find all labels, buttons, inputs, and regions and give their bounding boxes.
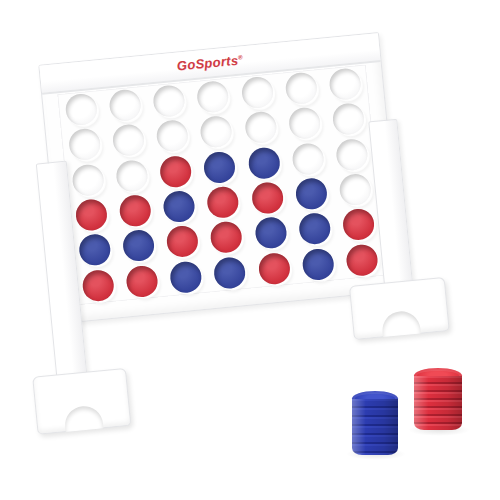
board-cell[interactable] [152, 152, 199, 191]
red-disc-stack[interactable] [414, 368, 462, 430]
board-cell[interactable] [111, 191, 158, 230]
red-stack-body [414, 376, 462, 430]
empty-hole [196, 80, 230, 114]
board-cell[interactable] [145, 81, 192, 120]
red-disc [74, 198, 108, 232]
blue-disc [254, 216, 288, 250]
empty-hole [152, 84, 186, 118]
red-disc [159, 155, 193, 189]
empty-hole [115, 159, 149, 193]
empty-hole [288, 107, 322, 141]
board-cell[interactable] [291, 209, 338, 248]
board-cell[interactable] [149, 117, 196, 156]
blue-stack-body [352, 399, 398, 455]
right-foot-arch-cutout [381, 310, 421, 338]
board-cell[interactable] [118, 262, 165, 301]
red-disc [257, 252, 291, 286]
board-cell[interactable] [67, 195, 114, 234]
board-cell[interactable] [237, 108, 284, 147]
board-cell[interactable] [288, 174, 335, 213]
red-disc [166, 225, 200, 259]
empty-hole [244, 111, 278, 145]
board-cell[interactable] [240, 143, 287, 182]
board-cell[interactable] [325, 100, 372, 139]
board-face: GoSports® [38, 32, 403, 324]
empty-hole [67, 128, 101, 162]
red-disc [206, 186, 240, 220]
blue-disc [78, 233, 112, 267]
board-cell[interactable] [335, 205, 382, 244]
board-cell[interactable] [71, 231, 118, 270]
blue-disc [203, 150, 237, 184]
blue-disc [301, 247, 335, 281]
right-foot [349, 277, 450, 340]
blue-disc [213, 256, 247, 290]
board-cell[interactable] [162, 257, 209, 296]
board-cell[interactable] [115, 226, 162, 265]
blue-disc [169, 260, 203, 294]
board-cell[interactable] [189, 77, 236, 116]
red-disc [251, 181, 285, 215]
red-disc [345, 243, 379, 277]
red-disc [210, 221, 244, 255]
red-disc [118, 194, 152, 228]
blue-disc [162, 190, 196, 224]
board-cell[interactable] [244, 178, 291, 217]
board-cell[interactable] [281, 104, 328, 143]
board-cell[interactable] [108, 156, 155, 195]
board-grid [57, 65, 386, 306]
empty-hole [329, 67, 363, 101]
gosports-logo-text: GoSports [176, 53, 239, 74]
board-cell[interactable] [156, 187, 203, 226]
board-cell[interactable] [206, 253, 253, 292]
left-foot-arch-cutout [63, 404, 103, 432]
blue-disc [122, 229, 156, 263]
empty-hole [64, 93, 98, 127]
board-cell[interactable] [328, 135, 375, 174]
empty-hole [339, 173, 373, 207]
board-cell[interactable] [196, 148, 243, 187]
blue-disc [295, 177, 329, 211]
blue-disc [247, 146, 281, 180]
empty-hole [108, 89, 142, 123]
product-photo: GoSports® [0, 0, 500, 500]
empty-hole [332, 102, 366, 136]
board-cell[interactable] [101, 86, 148, 125]
board-cell[interactable] [278, 69, 325, 108]
board-cell[interactable] [250, 249, 297, 288]
board-cell[interactable] [61, 125, 108, 164]
empty-hole [112, 124, 146, 158]
board-cell[interactable] [64, 160, 111, 199]
board-cell[interactable] [339, 240, 386, 279]
board-cell[interactable] [193, 112, 240, 151]
board-cell[interactable] [234, 73, 281, 112]
red-disc [125, 264, 159, 298]
board-cell[interactable] [105, 121, 152, 160]
left-foot [32, 368, 131, 435]
empty-hole [156, 119, 190, 153]
registered-mark: ® [238, 54, 243, 60]
empty-hole [71, 163, 105, 197]
board-cell[interactable] [159, 222, 206, 261]
red-disc [342, 208, 376, 242]
board-cell[interactable] [74, 266, 121, 305]
board-cell[interactable] [247, 214, 294, 253]
empty-hole [240, 76, 274, 110]
blue-disc [298, 212, 332, 246]
board-cell[interactable] [284, 139, 331, 178]
empty-hole [200, 115, 234, 149]
empty-hole [284, 72, 318, 106]
board-cell[interactable] [322, 65, 369, 104]
empty-hole [335, 138, 369, 172]
board-cell[interactable] [332, 170, 379, 209]
gosports-logo: GoSports® [176, 52, 243, 73]
empty-hole [291, 142, 325, 176]
board-cell[interactable] [203, 218, 250, 257]
board-cell[interactable] [57, 90, 104, 129]
red-disc [81, 269, 115, 303]
board-cell[interactable] [200, 183, 247, 222]
four-in-a-row-board: GoSports® [38, 32, 416, 428]
board-cell[interactable] [295, 245, 342, 284]
blue-disc-stack[interactable] [352, 391, 398, 455]
